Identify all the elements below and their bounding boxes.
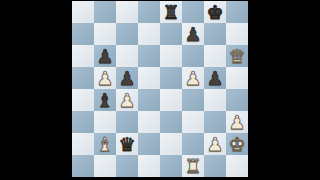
square-h1[interactable] — [226, 155, 248, 177]
square-d8[interactable] — [138, 1, 160, 23]
square-f7[interactable]: ♟ — [182, 23, 204, 45]
square-b3[interactable] — [94, 111, 116, 133]
square-g4[interactable] — [204, 89, 226, 111]
square-c4[interactable]: ♟ — [116, 89, 138, 111]
square-b5[interactable]: ♟ — [94, 67, 116, 89]
square-e3[interactable] — [160, 111, 182, 133]
square-a6[interactable] — [72, 45, 94, 67]
square-b7[interactable] — [94, 23, 116, 45]
square-c7[interactable] — [116, 23, 138, 45]
square-a8[interactable] — [72, 1, 94, 23]
square-a7[interactable] — [72, 23, 94, 45]
square-h4[interactable] — [226, 89, 248, 111]
square-e1[interactable] — [160, 155, 182, 177]
square-e5[interactable] — [160, 67, 182, 89]
square-f2[interactable] — [182, 133, 204, 155]
black-bishop[interactable]: ♝ — [94, 89, 116, 111]
square-h3[interactable]: ♟ — [226, 111, 248, 133]
square-c5[interactable]: ♟ — [116, 67, 138, 89]
square-a4[interactable] — [72, 89, 94, 111]
black-pawn[interactable]: ♟ — [182, 23, 204, 45]
square-f6[interactable] — [182, 45, 204, 67]
square-h6[interactable]: ♛ — [226, 45, 248, 67]
white-pawn[interactable]: ♟ — [226, 111, 248, 133]
square-b6[interactable]: ♟ — [94, 45, 116, 67]
white-pawn[interactable]: ♟ — [182, 67, 204, 89]
square-e8[interactable]: ♜ — [160, 1, 182, 23]
square-d4[interactable] — [138, 89, 160, 111]
square-d5[interactable] — [138, 67, 160, 89]
square-h5[interactable] — [226, 67, 248, 89]
white-bishop[interactable]: ♝ — [94, 133, 116, 155]
square-f4[interactable] — [182, 89, 204, 111]
square-f8[interactable] — [182, 1, 204, 23]
square-e2[interactable] — [160, 133, 182, 155]
square-d6[interactable] — [138, 45, 160, 67]
black-king[interactable]: ♚ — [204, 1, 226, 23]
screenshot-stage: ♜♚♟♟♛♟♟♟♟♝♟♟♝♛♟♚♜ — [0, 0, 320, 180]
square-f5[interactable]: ♟ — [182, 67, 204, 89]
square-g1[interactable] — [204, 155, 226, 177]
black-pawn[interactable]: ♟ — [116, 67, 138, 89]
square-g7[interactable] — [204, 23, 226, 45]
square-h2[interactable]: ♚ — [226, 133, 248, 155]
chess-board: ♜♚♟♟♛♟♟♟♟♝♟♟♝♛♟♚♜ — [72, 1, 248, 177]
square-a1[interactable] — [72, 155, 94, 177]
square-c8[interactable] — [116, 1, 138, 23]
square-e7[interactable] — [160, 23, 182, 45]
square-e6[interactable] — [160, 45, 182, 67]
square-g3[interactable] — [204, 111, 226, 133]
square-a5[interactable] — [72, 67, 94, 89]
square-b2[interactable]: ♝ — [94, 133, 116, 155]
square-d7[interactable] — [138, 23, 160, 45]
black-queen[interactable]: ♛ — [116, 133, 138, 155]
square-d2[interactable] — [138, 133, 160, 155]
square-b8[interactable] — [94, 1, 116, 23]
square-c2[interactable]: ♛ — [116, 133, 138, 155]
square-g6[interactable] — [204, 45, 226, 67]
white-king[interactable]: ♚ — [226, 133, 248, 155]
square-c6[interactable] — [116, 45, 138, 67]
square-b1[interactable] — [94, 155, 116, 177]
black-rook[interactable]: ♜ — [160, 1, 182, 23]
square-c1[interactable] — [116, 155, 138, 177]
square-d3[interactable] — [138, 111, 160, 133]
white-pawn[interactable]: ♟ — [94, 67, 116, 89]
square-a3[interactable] — [72, 111, 94, 133]
square-f3[interactable] — [182, 111, 204, 133]
square-d1[interactable] — [138, 155, 160, 177]
square-e4[interactable] — [160, 89, 182, 111]
square-b4[interactable]: ♝ — [94, 89, 116, 111]
square-g8[interactable]: ♚ — [204, 1, 226, 23]
square-g5[interactable]: ♟ — [204, 67, 226, 89]
square-h7[interactable] — [226, 23, 248, 45]
white-queen[interactable]: ♛ — [226, 45, 248, 67]
square-f1[interactable]: ♜ — [182, 155, 204, 177]
white-pawn[interactable]: ♟ — [204, 133, 226, 155]
square-c3[interactable] — [116, 111, 138, 133]
black-pawn[interactable]: ♟ — [204, 67, 226, 89]
black-pawn[interactable]: ♟ — [94, 45, 116, 67]
square-h8[interactable] — [226, 1, 248, 23]
white-pawn[interactable]: ♟ — [116, 89, 138, 111]
square-g2[interactable]: ♟ — [204, 133, 226, 155]
square-a2[interactable] — [72, 133, 94, 155]
white-rook[interactable]: ♜ — [182, 155, 204, 177]
